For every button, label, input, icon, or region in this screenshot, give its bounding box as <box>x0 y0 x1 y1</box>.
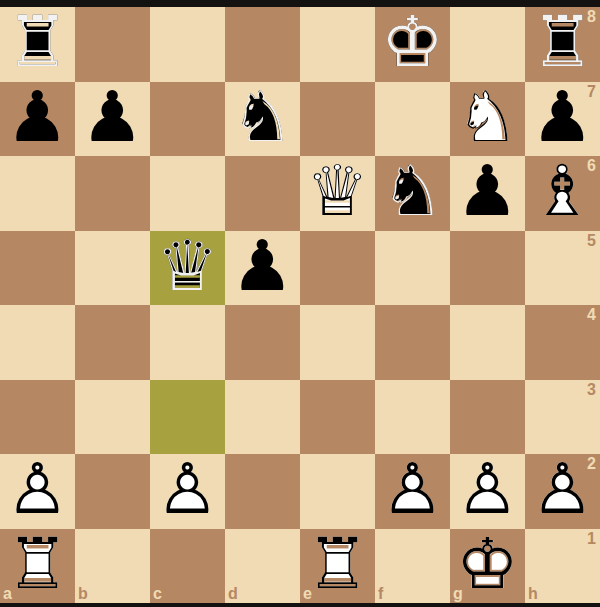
square-e1[interactable]: ♜♖e <box>300 529 375 604</box>
square-f6[interactable]: ♞♘ <box>375 156 450 231</box>
piece-white-pawn[interactable]: ♟♙ <box>375 454 450 529</box>
square-b4[interactable] <box>75 305 150 380</box>
square-g4[interactable] <box>450 305 525 380</box>
piece-black-rook[interactable]: ♜♖ <box>0 7 75 82</box>
piece-black-pawn[interactable]: ♟ <box>75 82 150 157</box>
rank-label-3: 3 <box>587 381 596 399</box>
file-label-a: a <box>3 585 12 603</box>
square-f8[interactable]: ♚♔ <box>375 7 450 82</box>
rank-label-1: 1 <box>587 530 596 548</box>
piece-black-pawn[interactable]: ♟ <box>450 156 525 231</box>
piece-glyph-outline: ♙ <box>150 454 225 527</box>
file-label-b: b <box>78 585 88 603</box>
square-h3[interactable]: 3 <box>525 380 600 455</box>
piece-black-king[interactable]: ♚♔ <box>375 7 450 82</box>
file-label-d: d <box>228 585 238 603</box>
square-f7[interactable] <box>375 82 450 157</box>
square-g1[interactable]: ♚♔g <box>450 529 525 604</box>
file-label-e: e <box>303 585 312 603</box>
square-c5[interactable]: ♛♕ <box>150 231 225 306</box>
piece-white-pawn[interactable]: ♟♙ <box>450 454 525 529</box>
rank-label-5: 5 <box>587 232 596 250</box>
piece-black-pawn[interactable]: ♟ <box>225 231 300 306</box>
square-h5[interactable]: 5 <box>525 231 600 306</box>
square-f2[interactable]: ♟♙ <box>375 454 450 529</box>
square-c1[interactable]: c <box>150 529 225 604</box>
square-e6[interactable]: ♛♕ <box>300 156 375 231</box>
square-b5[interactable] <box>75 231 150 306</box>
rank-label-6: 6 <box>587 157 596 175</box>
square-c3[interactable] <box>150 380 225 455</box>
piece-black-pawn[interactable]: ♟ <box>0 82 75 157</box>
file-label-f: f <box>378 585 383 603</box>
square-e2[interactable] <box>300 454 375 529</box>
square-g7[interactable]: ♞♘ <box>450 82 525 157</box>
piece-glyph-fill: ♟ <box>225 231 300 304</box>
square-c8[interactable] <box>150 7 225 82</box>
piece-glyph-outline: ♙ <box>0 454 75 527</box>
square-a7[interactable]: ♟ <box>0 82 75 157</box>
file-label-c: c <box>153 585 162 603</box>
piece-glyph-outline: ♘ <box>450 82 525 155</box>
piece-glyph-outline: ♕ <box>300 156 375 229</box>
square-d4[interactable] <box>225 305 300 380</box>
square-e4[interactable] <box>300 305 375 380</box>
piece-glyph-outline: ♖ <box>0 7 75 80</box>
square-a8[interactable]: ♜♖ <box>0 7 75 82</box>
piece-glyph-outline: ♕ <box>150 231 225 304</box>
square-a3[interactable] <box>0 380 75 455</box>
square-b3[interactable] <box>75 380 150 455</box>
file-label-h: h <box>528 585 538 603</box>
square-g2[interactable]: ♟♙ <box>450 454 525 529</box>
square-h8[interactable]: ♜♖8 <box>525 7 600 82</box>
rank-label-4: 4 <box>587 306 596 324</box>
square-b8[interactable] <box>75 7 150 82</box>
piece-glyph-fill: ♟ <box>450 156 525 229</box>
square-c2[interactable]: ♟♙ <box>150 454 225 529</box>
piece-glyph-outline: ♙ <box>450 454 525 527</box>
square-c4[interactable] <box>150 305 225 380</box>
square-d8[interactable] <box>225 7 300 82</box>
square-a2[interactable]: ♟♙ <box>0 454 75 529</box>
square-a1[interactable]: ♜♖a <box>0 529 75 604</box>
piece-glyph-outline: ♔ <box>375 7 450 80</box>
square-g8[interactable] <box>450 7 525 82</box>
square-b1[interactable]: b <box>75 529 150 604</box>
piece-glyph-fill: ♟ <box>0 82 75 155</box>
piece-glyph-outline: ♘ <box>225 82 300 155</box>
rank-label-7: 7 <box>587 83 596 101</box>
file-label-g: g <box>453 585 463 603</box>
square-g5[interactable] <box>450 231 525 306</box>
square-b7[interactable]: ♟ <box>75 82 150 157</box>
piece-white-pawn[interactable]: ♟♙ <box>0 454 75 529</box>
square-d6[interactable] <box>225 156 300 231</box>
square-g6[interactable]: ♟ <box>450 156 525 231</box>
rank-label-2: 2 <box>587 455 596 473</box>
board: ♜♖♚♔♜♖8♟♟♞♘♞♘♟7♛♕♞♘♟♝♗6♛♕♟543♟♙♟♙♟♙♟♙♟♙2… <box>0 7 600 603</box>
chessboard-frame: ♜♖♚♔♜♖8♟♟♞♘♞♘♟7♛♕♞♘♟♝♗6♛♕♟543♟♙♟♙♟♙♟♙♟♙2… <box>0 0 600 607</box>
square-b2[interactable] <box>75 454 150 529</box>
square-e5[interactable] <box>300 231 375 306</box>
piece-black-queen[interactable]: ♛♕ <box>150 231 225 306</box>
piece-white-pawn[interactable]: ♟♙ <box>150 454 225 529</box>
square-c7[interactable] <box>150 82 225 157</box>
square-f1[interactable]: f <box>375 529 450 604</box>
square-b6[interactable] <box>75 156 150 231</box>
square-a5[interactable] <box>0 231 75 306</box>
piece-black-knight[interactable]: ♞♘ <box>225 82 300 157</box>
piece-glyph-outline: ♙ <box>375 454 450 527</box>
square-d1[interactable]: d <box>225 529 300 604</box>
square-c6[interactable] <box>150 156 225 231</box>
square-g3[interactable] <box>450 380 525 455</box>
piece-white-queen[interactable]: ♛♕ <box>300 156 375 231</box>
piece-glyph-fill: ♟ <box>75 82 150 155</box>
square-f5[interactable] <box>375 231 450 306</box>
square-e3[interactable] <box>300 380 375 455</box>
square-a4[interactable] <box>0 305 75 380</box>
square-e8[interactable] <box>300 7 375 82</box>
square-h4[interactable]: 4 <box>525 305 600 380</box>
square-d7[interactable]: ♞♘ <box>225 82 300 157</box>
square-a6[interactable] <box>0 156 75 231</box>
square-f3[interactable] <box>375 380 450 455</box>
piece-white-knight[interactable]: ♞♘ <box>450 82 525 157</box>
square-h2[interactable]: ♟♙2 <box>525 454 600 529</box>
bottom-bar <box>0 603 600 607</box>
square-f4[interactable] <box>375 305 450 380</box>
piece-glyph-outline: ♘ <box>375 156 450 229</box>
square-h6[interactable]: ♝♗6 <box>525 156 600 231</box>
square-d3[interactable] <box>225 380 300 455</box>
top-bar <box>0 0 600 7</box>
square-h1[interactable]: 1h <box>525 529 600 604</box>
square-d2[interactable] <box>225 454 300 529</box>
piece-black-knight[interactable]: ♞♘ <box>375 156 450 231</box>
square-e7[interactable] <box>300 82 375 157</box>
rank-label-8: 8 <box>587 8 596 26</box>
square-h7[interactable]: ♟7 <box>525 82 600 157</box>
square-d5[interactable]: ♟ <box>225 231 300 306</box>
